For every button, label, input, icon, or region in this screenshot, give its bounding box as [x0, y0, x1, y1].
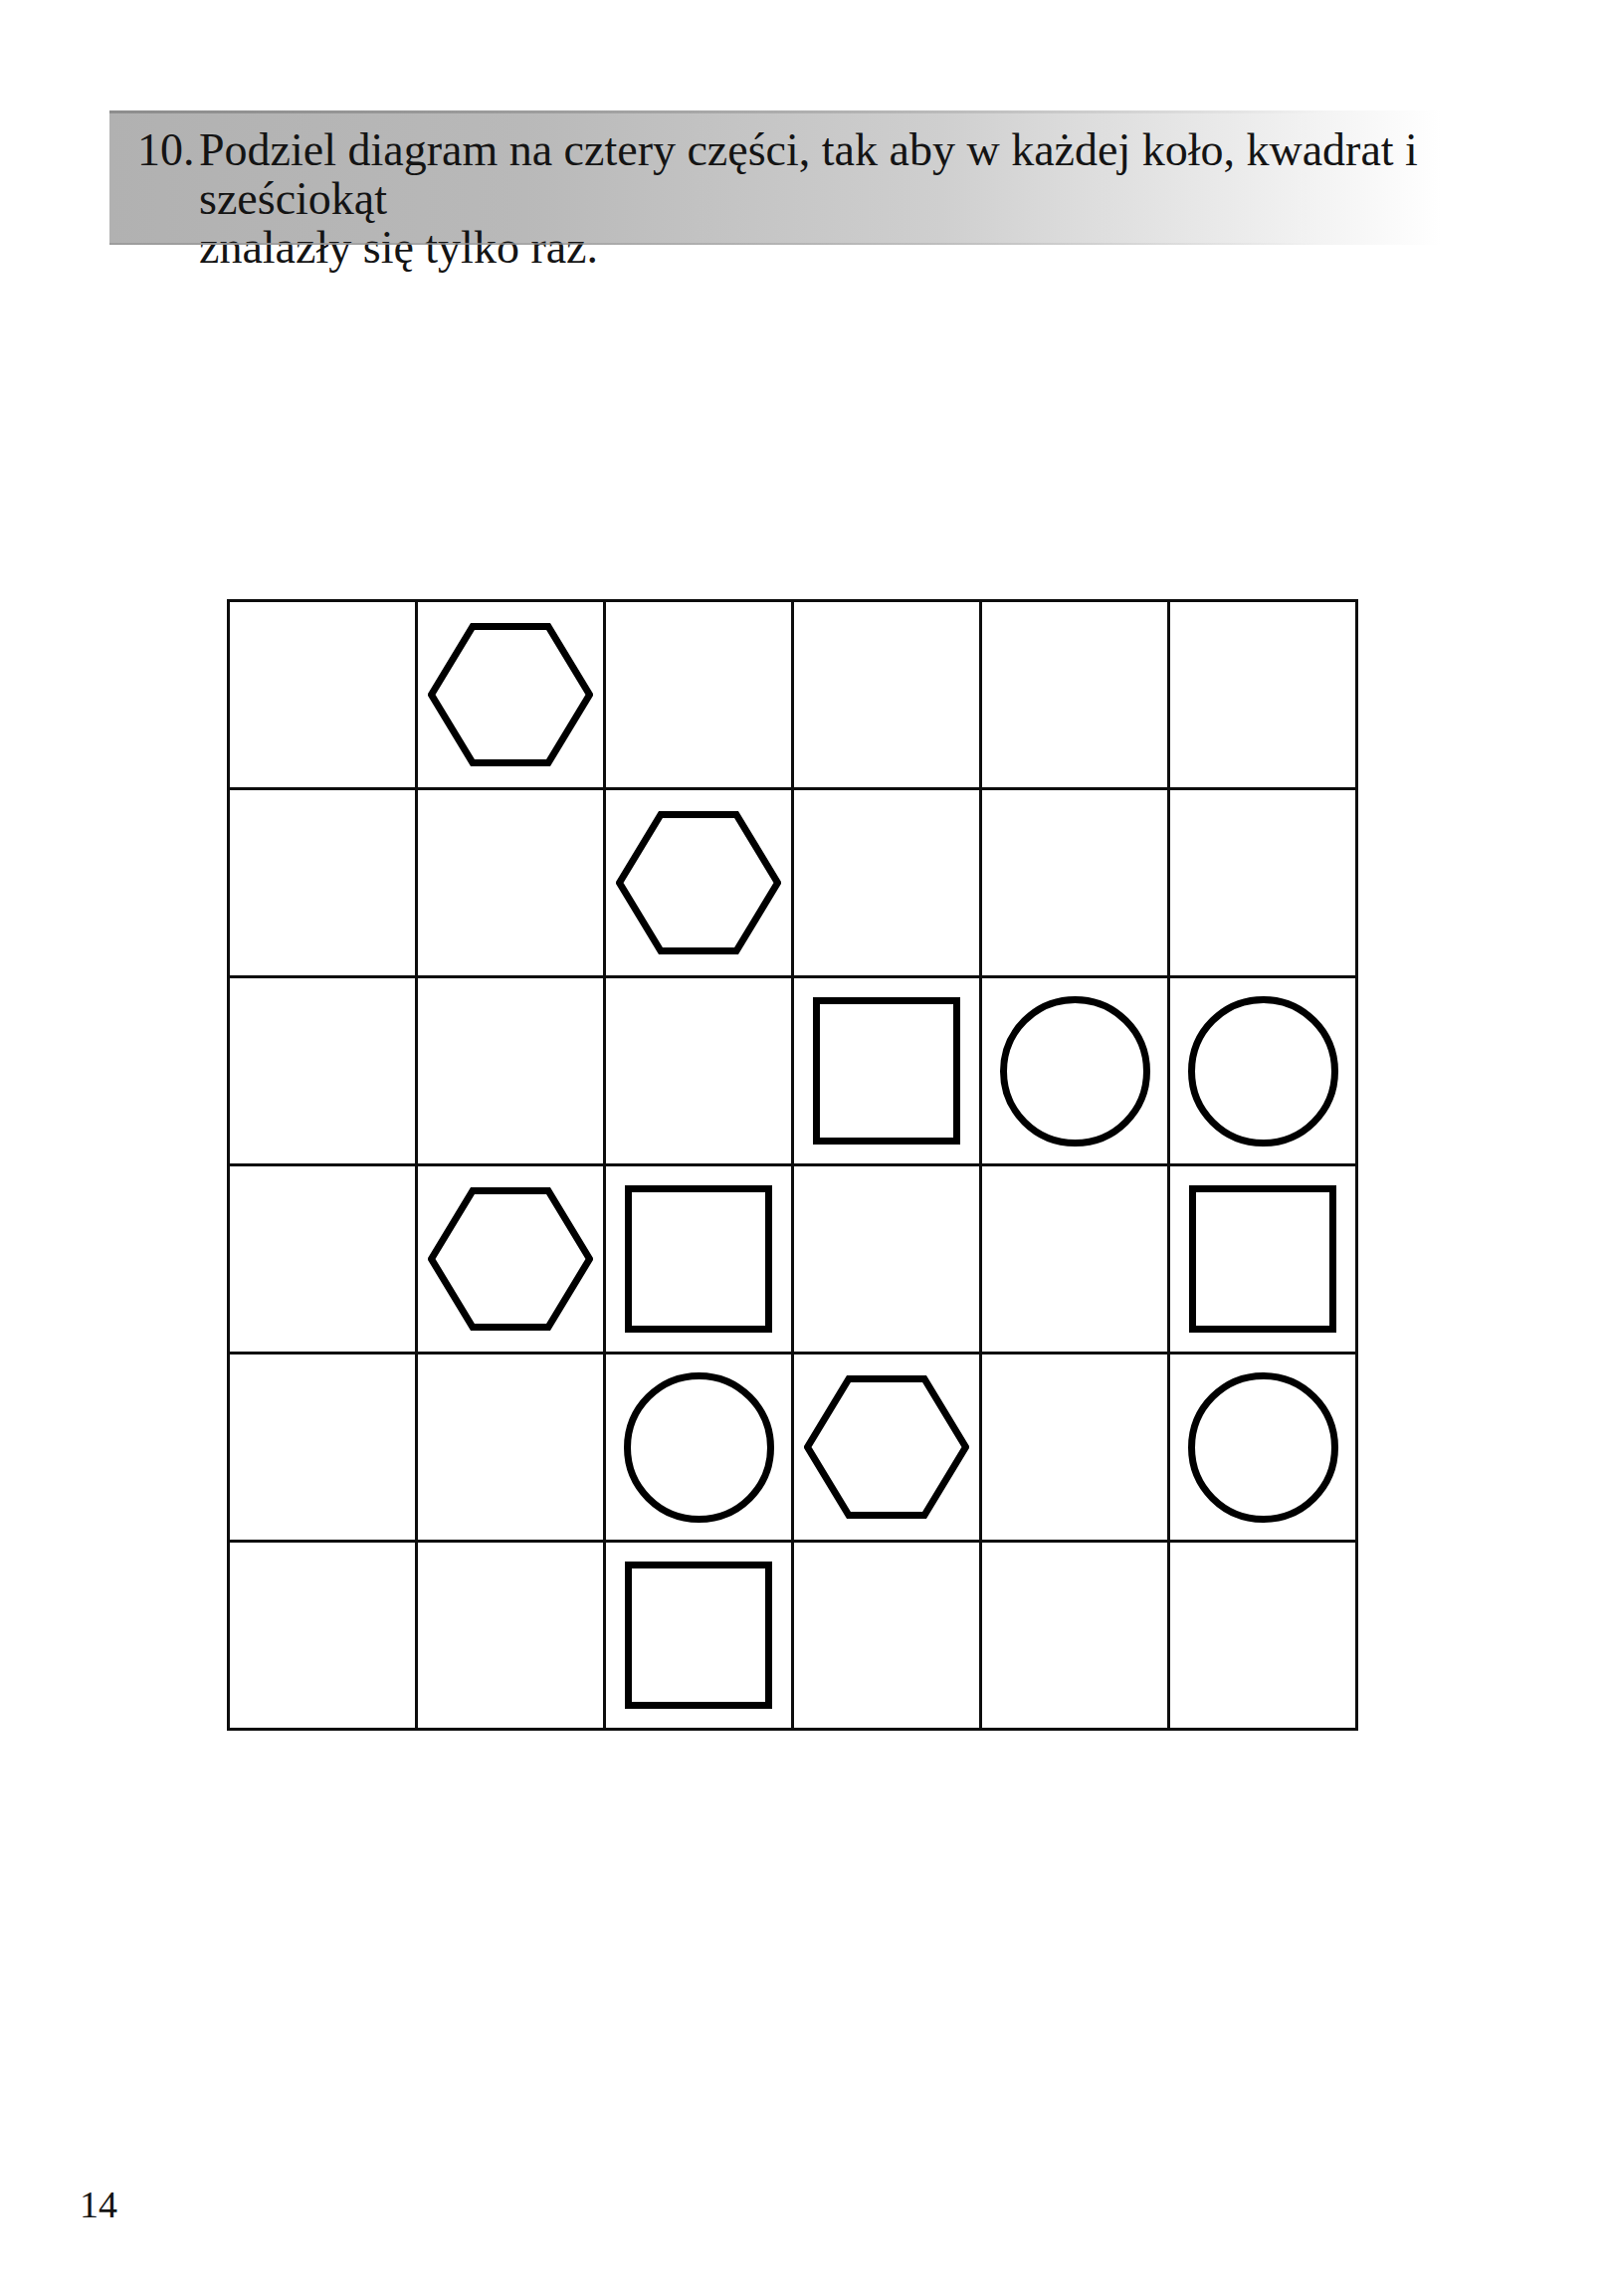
cell-r3c6[interactable] — [1170, 978, 1355, 1163]
task-number: 10. — [137, 125, 199, 174]
cell-r6c5[interactable] — [982, 1543, 1167, 1728]
cell-r5c5[interactable] — [982, 1355, 1167, 1540]
cell-r6c4[interactable] — [794, 1543, 979, 1728]
circle-shape — [624, 1372, 774, 1523]
task-text-line2: znalazły się tylko raz. — [199, 222, 598, 273]
cell-r2c1[interactable] — [230, 790, 415, 975]
cell-r4c4[interactable] — [794, 1166, 979, 1352]
cell-r6c2[interactable] — [418, 1543, 603, 1728]
cell-r3c4[interactable] — [794, 978, 979, 1163]
cell-r3c2[interactable] — [418, 978, 603, 1163]
cell-r2c2[interactable] — [418, 790, 603, 975]
cell-r2c4[interactable] — [794, 790, 979, 975]
cell-r5c6[interactable] — [1170, 1355, 1355, 1540]
cell-r4c2[interactable] — [418, 1166, 603, 1352]
square-shape — [813, 997, 960, 1145]
task-header-bar: 10. Podziel diagram na cztery części, ta… — [109, 110, 1497, 245]
cell-r3c3[interactable] — [606, 978, 791, 1163]
circle-shape — [1000, 996, 1150, 1147]
cell-r1c6[interactable] — [1170, 602, 1355, 787]
cell-r5c3[interactable] — [606, 1355, 791, 1540]
cell-r4c5[interactable] — [982, 1166, 1167, 1352]
circle-shape — [1188, 1372, 1338, 1523]
task-text: Podziel diagram na cztery części, tak ab… — [199, 125, 1497, 272]
cell-r5c2[interactable] — [418, 1355, 603, 1540]
hexagon-shape — [804, 1375, 969, 1519]
hexagon-shape — [428, 1187, 593, 1331]
cell-r6c1[interactable] — [230, 1543, 415, 1728]
cell-r2c5[interactable] — [982, 790, 1167, 975]
cell-r5c1[interactable] — [230, 1355, 415, 1540]
cell-r5c4[interactable] — [794, 1355, 979, 1540]
cell-r4c3[interactable] — [606, 1166, 791, 1352]
cell-r6c6[interactable] — [1170, 1543, 1355, 1728]
cell-r2c6[interactable] — [1170, 790, 1355, 975]
circle-shape — [1188, 996, 1338, 1147]
cell-r1c1[interactable] — [230, 602, 415, 787]
hexagon-shape — [616, 811, 781, 954]
cell-r1c4[interactable] — [794, 602, 979, 787]
cell-r3c5[interactable] — [982, 978, 1167, 1163]
task-statement: 10. Podziel diagram na cztery części, ta… — [109, 110, 1497, 272]
cell-r6c3[interactable] — [606, 1543, 791, 1728]
puzzle-grid — [227, 599, 1358, 1731]
square-shape — [625, 1562, 772, 1709]
cell-r1c2[interactable] — [418, 602, 603, 787]
cell-r1c5[interactable] — [982, 602, 1167, 787]
hexagon-shape — [428, 623, 593, 766]
cell-r1c3[interactable] — [606, 602, 791, 787]
cell-r2c3[interactable] — [606, 790, 791, 975]
page-number: 14 — [80, 2186, 117, 2223]
cell-r3c1[interactable] — [230, 978, 415, 1163]
square-shape — [625, 1185, 772, 1333]
cell-r4c1[interactable] — [230, 1166, 415, 1352]
square-shape — [1189, 1185, 1336, 1333]
task-text-line1: Podziel diagram na cztery części, tak ab… — [199, 124, 1418, 224]
cell-r4c6[interactable] — [1170, 1166, 1355, 1352]
